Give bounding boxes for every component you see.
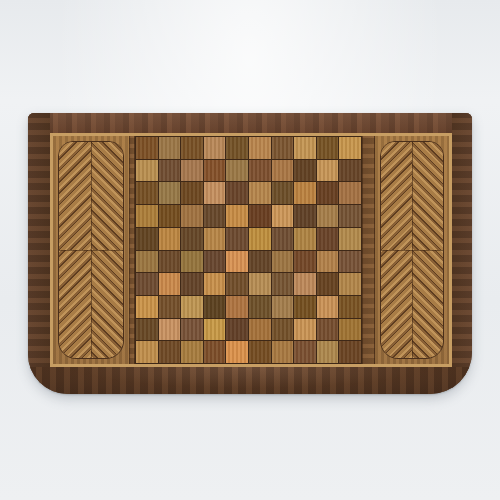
square-r3c3 <box>181 182 203 204</box>
square-r3c8 <box>294 182 316 204</box>
square-r4c4 <box>204 205 226 227</box>
square-r9c6 <box>249 319 271 341</box>
square-r2c7 <box>272 160 294 182</box>
square-r8c2 <box>159 296 181 318</box>
square-r10c8 <box>294 341 316 363</box>
square-r1c3 <box>181 137 203 159</box>
square-r7c6 <box>249 273 271 295</box>
square-r5c7 <box>272 228 294 250</box>
table-border-left <box>28 113 50 394</box>
square-r10c6 <box>249 341 271 363</box>
table-border-bottom <box>28 367 472 394</box>
square-r1c10 <box>339 137 361 159</box>
square-r5c9 <box>317 228 339 250</box>
square-r6c10 <box>339 251 361 273</box>
square-r3c2 <box>159 182 181 204</box>
square-r2c10 <box>339 160 361 182</box>
square-r6c2 <box>159 251 181 273</box>
square-r3c7 <box>272 182 294 204</box>
square-r8c6 <box>249 296 271 318</box>
square-r6c6 <box>249 251 271 273</box>
feather-stripes-top-left <box>59 142 91 250</box>
square-r10c2 <box>159 341 181 363</box>
square-r2c8 <box>294 160 316 182</box>
feather-stripes-top-right <box>91 142 123 250</box>
feather-stripes-bottom-right <box>91 250 123 358</box>
square-r2c9 <box>317 160 339 182</box>
table-border-top <box>28 113 472 133</box>
square-r1c8 <box>294 137 316 159</box>
square-r2c5 <box>226 160 248 182</box>
square-r1c5 <box>226 137 248 159</box>
square-r8c4 <box>204 296 226 318</box>
square-r3c9 <box>317 182 339 204</box>
square-r10c3 <box>181 341 203 363</box>
square-r5c3 <box>181 228 203 250</box>
square-r4c1 <box>136 205 158 227</box>
square-r3c5 <box>226 182 248 204</box>
square-r9c9 <box>317 319 339 341</box>
square-r2c3 <box>181 160 203 182</box>
square-r3c1 <box>136 182 158 204</box>
square-r8c8 <box>294 296 316 318</box>
square-r4c7 <box>272 205 294 227</box>
square-r2c1 <box>136 160 158 182</box>
square-r4c3 <box>181 205 203 227</box>
square-r6c3 <box>181 251 203 273</box>
square-r8c3 <box>181 296 203 318</box>
square-r9c10 <box>339 319 361 341</box>
square-r6c9 <box>317 251 339 273</box>
square-r5c5 <box>226 228 248 250</box>
square-r7c9 <box>317 273 339 295</box>
square-r9c2 <box>159 319 181 341</box>
square-r7c7 <box>272 273 294 295</box>
square-r5c2 <box>159 228 181 250</box>
square-r6c5 <box>226 251 248 273</box>
square-r6c4 <box>204 251 226 273</box>
square-r4c6 <box>249 205 271 227</box>
square-r9c3 <box>181 319 203 341</box>
right-feather-motif <box>380 141 444 359</box>
square-r3c6 <box>249 182 271 204</box>
square-r4c9 <box>317 205 339 227</box>
square-r10c9 <box>317 341 339 363</box>
square-r7c8 <box>294 273 316 295</box>
square-r8c1 <box>136 296 158 318</box>
square-r7c3 <box>181 273 203 295</box>
square-r1c1 <box>136 137 158 159</box>
feather-stripes-bottom-left <box>381 250 412 358</box>
table-border-right <box>452 113 472 394</box>
square-r10c7 <box>272 341 294 363</box>
square-r3c10 <box>339 182 361 204</box>
square-r1c6 <box>249 137 271 159</box>
veneer-divider-strip-right <box>362 136 375 364</box>
square-r4c8 <box>294 205 316 227</box>
games-table-top <box>28 113 472 394</box>
left-feather-motif <box>58 141 124 359</box>
square-r3c4 <box>204 182 226 204</box>
photo-background <box>0 0 500 500</box>
square-r10c1 <box>136 341 158 363</box>
square-r1c9 <box>317 137 339 159</box>
square-r8c7 <box>272 296 294 318</box>
square-r9c5 <box>226 319 248 341</box>
square-r2c4 <box>204 160 226 182</box>
left-feather-veneer-panel <box>53 136 129 364</box>
square-r7c2 <box>159 273 181 295</box>
square-r4c2 <box>159 205 181 227</box>
square-r4c10 <box>339 205 361 227</box>
square-r6c8 <box>294 251 316 273</box>
square-r9c8 <box>294 319 316 341</box>
square-r9c1 <box>136 319 158 341</box>
square-r1c4 <box>204 137 226 159</box>
square-r1c2 <box>159 137 181 159</box>
square-r8c5 <box>226 296 248 318</box>
feather-stripes-top-left <box>381 142 412 250</box>
square-r5c8 <box>294 228 316 250</box>
square-r4c5 <box>226 205 248 227</box>
square-r5c6 <box>249 228 271 250</box>
square-r1c7 <box>272 137 294 159</box>
square-r7c10 <box>339 273 361 295</box>
square-r10c5 <box>226 341 248 363</box>
square-r2c2 <box>159 160 181 182</box>
square-r6c1 <box>136 251 158 273</box>
square-r5c1 <box>136 228 158 250</box>
feather-stripes-bottom-right <box>412 250 443 358</box>
square-r7c1 <box>136 273 158 295</box>
square-r5c4 <box>204 228 226 250</box>
square-r8c9 <box>317 296 339 318</box>
inlaid-playing-surface <box>50 133 452 367</box>
square-r10c4 <box>204 341 226 363</box>
square-r7c5 <box>226 273 248 295</box>
square-r7c4 <box>204 273 226 295</box>
feather-stripes-bottom-left <box>59 250 91 358</box>
square-r9c4 <box>204 319 226 341</box>
square-r5c10 <box>339 228 361 250</box>
square-r9c7 <box>272 319 294 341</box>
square-r10c10 <box>339 341 361 363</box>
draughts-board <box>135 136 362 364</box>
square-r8c10 <box>339 296 361 318</box>
right-feather-veneer-panel <box>375 136 449 364</box>
feather-stripes-top-right <box>412 142 443 250</box>
square-r2c6 <box>249 160 271 182</box>
square-r6c7 <box>272 251 294 273</box>
